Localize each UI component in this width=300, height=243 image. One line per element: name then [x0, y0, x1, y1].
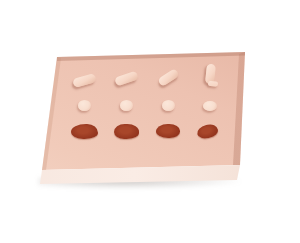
flat-lesion: [156, 124, 180, 138]
grid-cell: [147, 61, 189, 95]
raised-bump: [114, 70, 139, 86]
grid-cell: [105, 116, 147, 146]
round-papule: [162, 100, 175, 111]
flat-lesion: [71, 124, 98, 139]
round-papule: [203, 101, 217, 111]
round-papule: [78, 100, 91, 111]
raised-bump: [72, 73, 97, 88]
grid-cell: [189, 61, 231, 95]
grid-cell: [105, 61, 147, 95]
grid-cell: [147, 95, 189, 116]
grid-cell: [63, 61, 105, 95]
round-papule: [120, 100, 133, 111]
grid-cell: [189, 116, 231, 146]
grid-cell: [63, 95, 105, 116]
grid-cell: [147, 116, 189, 146]
grid-cell: [189, 95, 231, 116]
flat-lesion: [195, 122, 219, 140]
raised-bump: [204, 64, 215, 85]
grid-cell: [63, 116, 105, 146]
grid-cell: [105, 95, 147, 116]
feature-grid: [63, 61, 231, 146]
product-photo: [0, 0, 300, 243]
flat-lesion: [114, 124, 139, 139]
raised-bump: [157, 68, 180, 87]
